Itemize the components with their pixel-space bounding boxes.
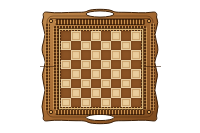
square-a7 (61, 41, 71, 51)
square-e5 (101, 60, 111, 70)
rope-band-right (150, 23, 155, 111)
square-d4 (91, 69, 101, 79)
square-h4 (131, 69, 141, 79)
square-a8 (61, 31, 71, 41)
square-a1 (61, 98, 71, 108)
square-c4 (81, 69, 91, 79)
square-d3 (91, 79, 101, 89)
square-c1 (81, 98, 91, 108)
square-c6 (81, 50, 91, 60)
square-f6 (111, 50, 121, 60)
square-g2 (121, 88, 131, 98)
square-f4 (111, 69, 121, 79)
square-e4 (101, 69, 111, 79)
square-d5 (91, 60, 101, 70)
square-b7 (71, 41, 81, 51)
bottom-handle-cutout (86, 114, 114, 120)
square-g5 (121, 60, 131, 70)
square-a4 (61, 69, 71, 79)
square-b8 (71, 31, 81, 41)
square-c2 (81, 88, 91, 98)
top-handle-cutout (86, 11, 114, 17)
square-f7 (111, 41, 121, 51)
rosette-ornament (147, 19, 151, 23)
square-c7 (81, 41, 91, 51)
square-e3 (101, 79, 111, 89)
square-a2 (61, 88, 71, 98)
square-h5 (131, 60, 141, 70)
square-g8 (121, 31, 131, 41)
square-h8 (131, 31, 141, 41)
square-h6 (131, 50, 141, 60)
square-g3 (121, 79, 131, 89)
square-h3 (131, 79, 141, 89)
square-b4 (71, 69, 81, 79)
rosette-ornament (147, 110, 151, 114)
square-b3 (71, 79, 81, 89)
square-e6 (101, 50, 111, 60)
square-c8 (81, 31, 91, 41)
square-g7 (121, 41, 131, 51)
rosette-ornament (49, 19, 53, 23)
square-g1 (121, 98, 131, 108)
hinge-seam (40, 66, 54, 67)
square-f1 (111, 98, 121, 108)
chess-board (61, 31, 141, 107)
square-e7 (101, 41, 111, 51)
square-f3 (111, 79, 121, 89)
square-e1 (101, 98, 111, 108)
dentil-band-top (55, 19, 145, 25)
square-b6 (71, 50, 81, 60)
square-e2 (101, 88, 111, 98)
square-d1 (91, 98, 101, 108)
square-h2 (131, 88, 141, 98)
square-g6 (121, 50, 131, 60)
square-b5 (71, 60, 81, 70)
square-g4 (121, 69, 131, 79)
square-f5 (111, 60, 121, 70)
square-f8 (111, 31, 121, 41)
square-b1 (71, 98, 81, 108)
square-d8 (91, 31, 101, 41)
square-a3 (61, 79, 71, 89)
square-f2 (111, 88, 121, 98)
product-photo (0, 0, 200, 133)
square-h1 (131, 98, 141, 108)
rosette-ornament (49, 110, 53, 114)
hinge-seam (146, 66, 161, 67)
square-b2 (71, 88, 81, 98)
square-a6 (61, 50, 71, 60)
square-c5 (81, 60, 91, 70)
square-d2 (91, 88, 101, 98)
square-e8 (101, 31, 111, 41)
square-c3 (81, 79, 91, 89)
square-a5 (61, 60, 71, 70)
square-d6 (91, 50, 101, 60)
rope-band-left (45, 23, 50, 111)
square-d7 (91, 41, 101, 51)
square-h7 (131, 41, 141, 51)
